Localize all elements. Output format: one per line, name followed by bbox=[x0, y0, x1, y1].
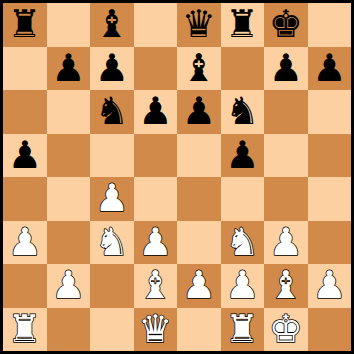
piece-white-queen[interactable]: ♛ bbox=[138, 308, 172, 351]
piece-white-rook[interactable]: ♜ bbox=[8, 308, 42, 351]
square-h1[interactable] bbox=[308, 308, 352, 352]
square-d3[interactable]: ♟ bbox=[134, 221, 178, 265]
square-e7[interactable]: ♝ bbox=[177, 47, 221, 91]
square-f4[interactable] bbox=[221, 177, 265, 221]
square-c7[interactable]: ♟ bbox=[90, 47, 134, 91]
piece-black-pawn[interactable]: ♟ bbox=[269, 47, 303, 90]
piece-white-pawn[interactable]: ♟ bbox=[312, 264, 346, 307]
square-b3[interactable] bbox=[47, 221, 91, 265]
square-g6[interactable] bbox=[264, 90, 308, 134]
piece-black-pawn[interactable]: ♟ bbox=[51, 47, 85, 90]
piece-black-queen[interactable]: ♛ bbox=[182, 3, 216, 46]
square-g7[interactable]: ♟ bbox=[264, 47, 308, 91]
square-b6[interactable] bbox=[47, 90, 91, 134]
square-a2[interactable] bbox=[3, 264, 47, 308]
square-d6[interactable]: ♟ bbox=[134, 90, 178, 134]
square-g4[interactable] bbox=[264, 177, 308, 221]
piece-white-bishop[interactable]: ♝ bbox=[269, 264, 303, 307]
square-b2[interactable]: ♟ bbox=[47, 264, 91, 308]
square-d1[interactable]: ♛ bbox=[134, 308, 178, 352]
square-d4[interactable] bbox=[134, 177, 178, 221]
square-c1[interactable] bbox=[90, 308, 134, 352]
square-e3[interactable] bbox=[177, 221, 221, 265]
square-c3[interactable]: ♞ bbox=[90, 221, 134, 265]
piece-black-pawn[interactable]: ♟ bbox=[312, 47, 346, 90]
square-a8[interactable]: ♜ bbox=[3, 3, 47, 47]
piece-black-bishop[interactable]: ♝ bbox=[182, 47, 216, 90]
square-a4[interactable] bbox=[3, 177, 47, 221]
square-h6[interactable] bbox=[308, 90, 352, 134]
square-c4[interactable]: ♟ bbox=[90, 177, 134, 221]
square-f1[interactable]: ♜ bbox=[221, 308, 265, 352]
piece-black-king[interactable]: ♚ bbox=[269, 3, 303, 46]
square-c8[interactable]: ♝ bbox=[90, 3, 134, 47]
square-e2[interactable]: ♟ bbox=[177, 264, 221, 308]
square-h8[interactable] bbox=[308, 3, 352, 47]
square-d7[interactable] bbox=[134, 47, 178, 91]
piece-white-pawn[interactable]: ♟ bbox=[95, 177, 129, 220]
square-b1[interactable] bbox=[47, 308, 91, 352]
chess-board: ♜♝♛♜♚♟♟♝♟♟♞♟♟♞♟♟♟♟♞♟♞♟♟♝♟♟♝♟♜♛♜♚ bbox=[0, 0, 354, 354]
square-h3[interactable] bbox=[308, 221, 352, 265]
square-e4[interactable] bbox=[177, 177, 221, 221]
piece-black-pawn[interactable]: ♟ bbox=[225, 134, 259, 177]
piece-white-king[interactable]: ♚ bbox=[269, 308, 303, 351]
square-e6[interactable]: ♟ bbox=[177, 90, 221, 134]
square-d2[interactable]: ♝ bbox=[134, 264, 178, 308]
square-d8[interactable] bbox=[134, 3, 178, 47]
piece-white-pawn[interactable]: ♟ bbox=[269, 221, 303, 264]
square-e1[interactable] bbox=[177, 308, 221, 352]
square-a6[interactable] bbox=[3, 90, 47, 134]
piece-white-knight[interactable]: ♞ bbox=[95, 221, 129, 264]
square-h5[interactable] bbox=[308, 134, 352, 178]
square-b4[interactable] bbox=[47, 177, 91, 221]
piece-black-knight[interactable]: ♞ bbox=[95, 90, 129, 133]
square-c6[interactable]: ♞ bbox=[90, 90, 134, 134]
square-f2[interactable]: ♟ bbox=[221, 264, 265, 308]
square-d5[interactable] bbox=[134, 134, 178, 178]
piece-white-pawn[interactable]: ♟ bbox=[8, 221, 42, 264]
square-f7[interactable] bbox=[221, 47, 265, 91]
square-a5[interactable]: ♟ bbox=[3, 134, 47, 178]
square-e8[interactable]: ♛ bbox=[177, 3, 221, 47]
square-f3[interactable]: ♞ bbox=[221, 221, 265, 265]
piece-black-rook[interactable]: ♜ bbox=[8, 3, 42, 46]
square-h2[interactable]: ♟ bbox=[308, 264, 352, 308]
square-g1[interactable]: ♚ bbox=[264, 308, 308, 352]
square-e5[interactable] bbox=[177, 134, 221, 178]
square-g3[interactable]: ♟ bbox=[264, 221, 308, 265]
square-c5[interactable] bbox=[90, 134, 134, 178]
square-g2[interactable]: ♝ bbox=[264, 264, 308, 308]
square-b8[interactable] bbox=[47, 3, 91, 47]
piece-white-pawn[interactable]: ♟ bbox=[182, 264, 216, 307]
piece-white-pawn[interactable]: ♟ bbox=[138, 221, 172, 264]
piece-black-rook[interactable]: ♜ bbox=[225, 3, 259, 46]
board-grid: ♜♝♛♜♚♟♟♝♟♟♞♟♟♞♟♟♟♟♞♟♞♟♟♝♟♟♝♟♜♛♜♚ bbox=[3, 3, 351, 351]
piece-black-bishop[interactable]: ♝ bbox=[95, 3, 129, 46]
square-g5[interactable] bbox=[264, 134, 308, 178]
piece-white-knight[interactable]: ♞ bbox=[225, 221, 259, 264]
square-f5[interactable]: ♟ bbox=[221, 134, 265, 178]
square-h4[interactable] bbox=[308, 177, 352, 221]
piece-black-knight[interactable]: ♞ bbox=[225, 90, 259, 133]
piece-black-pawn[interactable]: ♟ bbox=[8, 134, 42, 177]
square-a7[interactable] bbox=[3, 47, 47, 91]
piece-white-pawn[interactable]: ♟ bbox=[225, 264, 259, 307]
piece-black-pawn[interactable]: ♟ bbox=[182, 90, 216, 133]
piece-white-pawn[interactable]: ♟ bbox=[51, 264, 85, 307]
square-a3[interactable]: ♟ bbox=[3, 221, 47, 265]
square-b5[interactable] bbox=[47, 134, 91, 178]
piece-black-pawn[interactable]: ♟ bbox=[95, 47, 129, 90]
square-a1[interactable]: ♜ bbox=[3, 308, 47, 352]
square-g8[interactable]: ♚ bbox=[264, 3, 308, 47]
square-b7[interactable]: ♟ bbox=[47, 47, 91, 91]
piece-black-pawn[interactable]: ♟ bbox=[138, 90, 172, 133]
square-h7[interactable]: ♟ bbox=[308, 47, 352, 91]
square-f6[interactable]: ♞ bbox=[221, 90, 265, 134]
square-f8[interactable]: ♜ bbox=[221, 3, 265, 47]
piece-white-rook[interactable]: ♜ bbox=[225, 308, 259, 351]
square-c2[interactable] bbox=[90, 264, 134, 308]
piece-white-bishop[interactable]: ♝ bbox=[138, 264, 172, 307]
